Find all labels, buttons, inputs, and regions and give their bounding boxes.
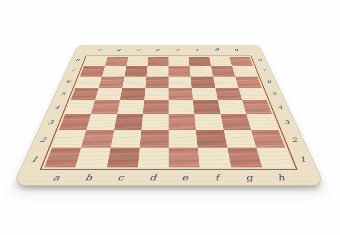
file-label-far-e: e	[168, 45, 188, 56]
square-d2[interactable]	[140, 130, 169, 148]
square-h6[interactable]	[235, 76, 262, 87]
square-b2[interactable]	[81, 130, 114, 148]
square-c4[interactable]	[117, 100, 144, 114]
square-h1[interactable]	[256, 147, 293, 167]
square-e7[interactable]	[169, 66, 191, 76]
square-d5[interactable]	[144, 88, 168, 101]
square-e4[interactable]	[169, 100, 195, 114]
file-label-h: h	[263, 170, 300, 185]
square-h2[interactable]	[251, 130, 285, 148]
file-label-far-g: g	[207, 45, 229, 56]
file-label-far-c: c	[128, 45, 149, 56]
square-e6[interactable]	[169, 76, 192, 87]
file-label-f: f	[200, 170, 234, 185]
square-h3[interactable]	[246, 114, 278, 130]
square-f8[interactable]	[189, 57, 211, 66]
square-c7[interactable]	[124, 66, 147, 76]
square-h4[interactable]	[242, 100, 272, 114]
square-f2[interactable]	[196, 130, 227, 148]
file-label-c: c	[103, 170, 137, 185]
square-e1[interactable]	[169, 147, 200, 167]
product-photo-background: abcdefgh abcdefgh 87654321 87654321	[0, 0, 340, 235]
square-d3[interactable]	[141, 114, 168, 130]
file-label-e: e	[169, 170, 202, 185]
square-c8[interactable]	[126, 57, 148, 66]
square-f4[interactable]	[193, 100, 220, 114]
square-c5[interactable]	[120, 88, 146, 101]
square-d7[interactable]	[146, 66, 168, 76]
square-c3[interactable]	[114, 114, 143, 130]
square-b5[interactable]	[95, 88, 122, 101]
square-c1[interactable]	[107, 147, 140, 167]
square-d8[interactable]	[147, 57, 168, 66]
square-c2[interactable]	[110, 130, 141, 148]
file-label-b: b	[70, 170, 106, 185]
file-labels-far-edge: abcdefgh	[88, 45, 249, 56]
square-b8[interactable]	[105, 57, 128, 66]
square-h5[interactable]	[238, 88, 266, 101]
square-d6[interactable]	[145, 76, 168, 87]
square-e8[interactable]	[168, 57, 189, 66]
square-e5[interactable]	[169, 88, 194, 101]
file-label-g: g	[231, 170, 267, 185]
square-h8[interactable]	[229, 57, 253, 66]
file-label-d: d	[136, 170, 169, 185]
file-label-far-h: h	[226, 45, 249, 56]
square-d1[interactable]	[138, 147, 169, 167]
file-labels-near-edge: abcdefgh	[37, 170, 300, 185]
square-f3[interactable]	[194, 114, 223, 130]
square-b6[interactable]	[99, 76, 124, 87]
file-label-far-a: a	[88, 45, 111, 56]
chessboard-grid[interactable]	[44, 57, 293, 168]
file-label-far-d: d	[148, 45, 168, 56]
square-g8[interactable]	[209, 57, 232, 66]
square-f7[interactable]	[190, 66, 213, 76]
square-e3[interactable]	[169, 114, 196, 130]
playing-field-frame	[40, 56, 298, 171]
square-f6[interactable]	[191, 76, 215, 87]
square-b3[interactable]	[86, 114, 116, 130]
square-e2[interactable]	[169, 130, 198, 148]
square-g7[interactable]	[211, 66, 235, 76]
square-h7[interactable]	[232, 66, 257, 76]
square-d4[interactable]	[143, 100, 169, 114]
file-label-far-f: f	[187, 45, 208, 56]
square-b7[interactable]	[102, 66, 126, 76]
file-label-far-b: b	[108, 45, 130, 56]
chessboard-mat: abcdefgh abcdefgh 87654321 87654321	[12, 45, 325, 186]
square-f1[interactable]	[198, 147, 231, 167]
square-b4[interactable]	[91, 100, 120, 114]
file-label-a: a	[37, 170, 74, 185]
square-b1[interactable]	[75, 147, 110, 167]
square-f5[interactable]	[192, 88, 218, 101]
square-c6[interactable]	[122, 76, 146, 87]
